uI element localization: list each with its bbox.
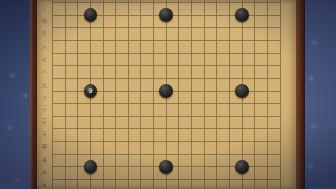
black-stone[interactable]	[159, 84, 173, 98]
move-number-label: 9	[88, 88, 92, 95]
grid-line-horizontal	[52, 103, 281, 104]
row-coordinate-label: 七	[39, 46, 49, 59]
grid-line-horizontal	[52, 116, 281, 117]
black-stone[interactable]	[159, 160, 173, 174]
row-coordinate-label: 十六	[39, 160, 49, 173]
black-stone[interactable]	[235, 84, 249, 98]
grid-line-horizontal	[52, 2, 281, 3]
black-stone-last-move[interactable]: 9	[84, 84, 98, 98]
grid-line-horizontal	[52, 179, 281, 180]
row-coordinate-label: 九	[39, 72, 49, 85]
grid-line-horizontal	[52, 141, 281, 142]
row-coordinate-label: 三	[39, 0, 49, 8]
row-coordinate-label: 十一	[39, 97, 49, 110]
grid-line-horizontal	[52, 40, 281, 41]
row-coordinate-label: 六	[39, 34, 49, 47]
row-coordinate-label: 十四	[39, 135, 49, 148]
row-coordinate-label: 十	[39, 84, 49, 97]
row-coordinate-label: 八	[39, 59, 49, 72]
black-stone[interactable]	[235, 8, 249, 22]
row-coordinate-label: 五	[39, 21, 49, 34]
black-stone[interactable]	[235, 160, 249, 174]
row-coordinate-label: 四	[39, 8, 49, 21]
row-coordinate-label: 十三	[39, 122, 49, 135]
row-coordinate-label: 十五	[39, 147, 49, 160]
row-coordinate-label: 十二	[39, 110, 49, 123]
grid-line-horizontal	[52, 53, 281, 54]
grid-line-horizontal	[52, 65, 281, 66]
go-board-grid: 三四五六七八九十十一十二十三十四十五十六十七9	[0, 0, 336, 189]
row-coordinate-label: 十七	[39, 173, 49, 186]
black-stone[interactable]	[159, 8, 173, 22]
black-stone[interactable]	[84, 160, 98, 174]
grid-line-horizontal	[52, 128, 281, 129]
black-stone[interactable]	[84, 8, 98, 22]
grid-line-horizontal	[52, 27, 281, 28]
grid-line-horizontal	[52, 78, 281, 79]
go-app-screen: 三四五六七八九十十一十二十三十四十五十六十七9	[0, 0, 336, 189]
grid-line-horizontal	[52, 154, 281, 155]
